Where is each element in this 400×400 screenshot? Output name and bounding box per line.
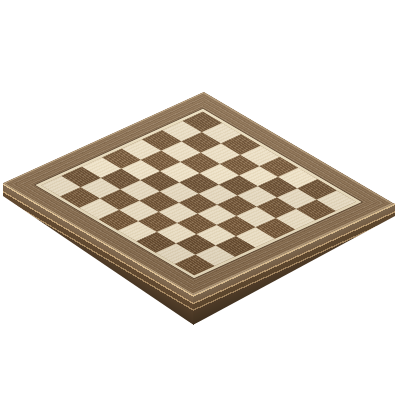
chessboard-product-photo [0,0,400,400]
chess-board [3,92,394,295]
